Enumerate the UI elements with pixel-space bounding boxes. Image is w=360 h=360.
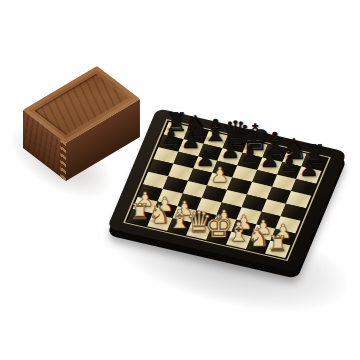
product-photo-scene: ♜♞♝♛♚♝♞♜♟♟♟♟♟♟♟♟♟♟♟♟♟♟♟♟♜♞♝♛♚♝♞♜: [0, 0, 360, 360]
board-playing-field: [127, 122, 326, 258]
